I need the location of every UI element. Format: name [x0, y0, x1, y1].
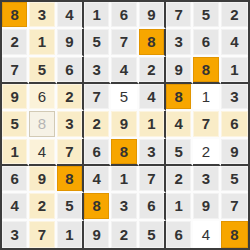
- cell-r5c7[interactable]: 4: [166, 111, 193, 138]
- cell-r2c6[interactable]: 8: [139, 29, 166, 56]
- cell-r6c9[interactable]: 9: [221, 139, 248, 166]
- cell-r1c4[interactable]: 1: [84, 2, 111, 29]
- cell-r1c2[interactable]: 3: [29, 2, 56, 29]
- cell-r1c9[interactable]: 2: [221, 2, 248, 29]
- cell-r3c3[interactable]: 6: [57, 57, 84, 84]
- cell-r7c3[interactable]: 8: [57, 166, 84, 193]
- cell-r7c8[interactable]: 3: [193, 166, 220, 193]
- cell-r3c9[interactable]: 1: [221, 57, 248, 84]
- cell-r9c2[interactable]: 7: [29, 221, 56, 248]
- cell-r6c3[interactable]: 7: [57, 139, 84, 166]
- sudoku-grid: 8341697522195783647563429819627548135832…: [2, 2, 248, 248]
- cell-r1c3[interactable]: 4: [57, 2, 84, 29]
- cell-r5c9[interactable]: 6: [221, 111, 248, 138]
- cell-r2c9[interactable]: 4: [221, 29, 248, 56]
- cell-r2c4[interactable]: 5: [84, 29, 111, 56]
- cell-r4c3[interactable]: 2: [57, 84, 84, 111]
- cell-r7c1[interactable]: 6: [2, 166, 29, 193]
- cell-r3c8[interactable]: 8: [193, 57, 220, 84]
- cell-r1c7[interactable]: 7: [166, 2, 193, 29]
- cell-r5c3[interactable]: 3: [57, 111, 84, 138]
- selected-cell-r5c2[interactable]: 8: [29, 111, 56, 138]
- cell-r4c9[interactable]: 3: [221, 84, 248, 111]
- cell-r9c4[interactable]: 9: [84, 221, 111, 248]
- cell-r9c9[interactable]: 8: [221, 221, 248, 248]
- cell-r6c7[interactable]: 5: [166, 139, 193, 166]
- cell-r4c2[interactable]: 6: [29, 84, 56, 111]
- cell-r4c8[interactable]: 1: [193, 84, 220, 111]
- cell-r6c8[interactable]: 2: [193, 139, 220, 166]
- cell-r9c6[interactable]: 5: [139, 221, 166, 248]
- cell-r6c1[interactable]: 1: [2, 139, 29, 166]
- cell-r5c1[interactable]: 5: [2, 111, 29, 138]
- cell-r5c4[interactable]: 2: [84, 111, 111, 138]
- cell-r3c1[interactable]: 7: [2, 57, 29, 84]
- cell-r3c5[interactable]: 4: [111, 57, 138, 84]
- cell-r2c7[interactable]: 3: [166, 29, 193, 56]
- cell-r8c3[interactable]: 5: [57, 193, 84, 220]
- cell-r7c5[interactable]: 1: [111, 166, 138, 193]
- cell-r4c5[interactable]: 5: [111, 84, 138, 111]
- cell-r4c4[interactable]: 7: [84, 84, 111, 111]
- cell-r5c6[interactable]: 1: [139, 111, 166, 138]
- cell-r8c8[interactable]: 9: [193, 193, 220, 220]
- cell-r4c6[interactable]: 4: [139, 84, 166, 111]
- cell-r2c3[interactable]: 9: [57, 29, 84, 56]
- cell-r9c3[interactable]: 1: [57, 221, 84, 248]
- cell-r7c4[interactable]: 4: [84, 166, 111, 193]
- cell-r5c5[interactable]: 9: [111, 111, 138, 138]
- cell-r7c2[interactable]: 9: [29, 166, 56, 193]
- cell-r1c6[interactable]: 9: [139, 2, 166, 29]
- cell-r8c6[interactable]: 6: [139, 193, 166, 220]
- cell-r3c2[interactable]: 5: [29, 57, 56, 84]
- cell-r3c4[interactable]: 3: [84, 57, 111, 84]
- cell-r9c7[interactable]: 6: [166, 221, 193, 248]
- cell-r4c1[interactable]: 9: [2, 84, 29, 111]
- sudoku-board: 8341697522195783647563429819627548135832…: [0, 0, 250, 250]
- cell-r7c7[interactable]: 2: [166, 166, 193, 193]
- cell-r7c9[interactable]: 5: [221, 166, 248, 193]
- cell-r1c8[interactable]: 5: [193, 2, 220, 29]
- cell-r9c5[interactable]: 2: [111, 221, 138, 248]
- cell-r8c1[interactable]: 4: [2, 193, 29, 220]
- cell-r8c4[interactable]: 8: [84, 193, 111, 220]
- cell-r2c5[interactable]: 7: [111, 29, 138, 56]
- cell-r9c8[interactable]: 4: [193, 221, 220, 248]
- cell-r9c1[interactable]: 3: [2, 221, 29, 248]
- cell-r8c2[interactable]: 2: [29, 193, 56, 220]
- cell-r6c5[interactable]: 8: [111, 139, 138, 166]
- cell-r4c7[interactable]: 8: [166, 84, 193, 111]
- cell-r1c1[interactable]: 8: [2, 2, 29, 29]
- cell-r3c6[interactable]: 2: [139, 57, 166, 84]
- cell-r8c7[interactable]: 1: [166, 193, 193, 220]
- cell-r7c6[interactable]: 7: [139, 166, 166, 193]
- cell-r2c8[interactable]: 6: [193, 29, 220, 56]
- cell-r6c2[interactable]: 4: [29, 139, 56, 166]
- cell-r2c1[interactable]: 2: [2, 29, 29, 56]
- cell-r2c2[interactable]: 1: [29, 29, 56, 56]
- cell-r1c5[interactable]: 6: [111, 2, 138, 29]
- cell-r8c5[interactable]: 3: [111, 193, 138, 220]
- cell-r3c7[interactable]: 9: [166, 57, 193, 84]
- cell-r8c9[interactable]: 7: [221, 193, 248, 220]
- cell-r5c8[interactable]: 7: [193, 111, 220, 138]
- cell-r6c6[interactable]: 3: [139, 139, 166, 166]
- cell-r6c4[interactable]: 6: [84, 139, 111, 166]
